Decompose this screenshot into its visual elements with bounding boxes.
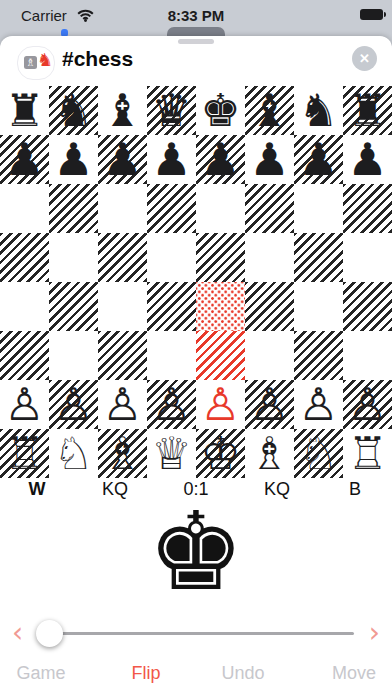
square-e5[interactable] [196, 233, 245, 282]
page-title: #chess [62, 47, 133, 71]
square-a7[interactable]: ♟ [0, 135, 49, 184]
game-button[interactable]: Game [16, 663, 65, 684]
white-piece-e2: ♙ [200, 378, 240, 431]
white-piece-h2: ♙ [347, 378, 387, 431]
square-d3[interactable] [147, 331, 196, 380]
square-e8[interactable]: ♚ [196, 86, 245, 135]
square-f8[interactable]: ♝ [245, 86, 294, 135]
black-piece-b7: ♟ [53, 133, 93, 186]
white-piece-a2: ♙ [4, 378, 44, 431]
square-d2[interactable]: ♙ [147, 380, 196, 429]
square-f7[interactable]: ♟ [245, 135, 294, 184]
square-h3[interactable] [343, 331, 392, 380]
slider-thumb[interactable] [36, 620, 63, 647]
white-piece-h1: ♖ [347, 427, 387, 480]
square-g7[interactable]: ♟ [294, 135, 343, 184]
square-g6[interactable] [294, 184, 343, 233]
white-piece-d1: ♕ [151, 427, 191, 480]
white-piece-f1: ♗ [249, 427, 289, 480]
move-history-slider: ‹ › [0, 619, 392, 647]
square-b2[interactable]: ♙ [49, 380, 98, 429]
black-piece-c7: ♟ [102, 133, 142, 186]
black-piece-h8: ♜ [347, 84, 387, 137]
black-piece-d8: ♛ [151, 84, 191, 137]
square-c6[interactable] [98, 184, 147, 233]
square-h5[interactable] [343, 233, 392, 282]
square-f5[interactable] [245, 233, 294, 282]
black-piece-d7: ♟ [151, 133, 191, 186]
status-bar: Carrier 8:33 PM [0, 0, 392, 30]
square-g4[interactable] [294, 282, 343, 331]
square-a1[interactable]: ♖ [0, 429, 49, 478]
square-b6[interactable] [49, 184, 98, 233]
square-c1[interactable]: ♗ [98, 429, 147, 478]
square-c5[interactable] [98, 233, 147, 282]
square-h4[interactable] [343, 282, 392, 331]
square-h7[interactable]: ♟ [343, 135, 392, 184]
square-e6[interactable] [196, 184, 245, 233]
black-piece-c8: ♝ [102, 84, 142, 137]
black-piece-b8: ♞ [53, 84, 93, 137]
app-icon: ♗ ♞ [17, 46, 55, 80]
square-g8[interactable]: ♞ [294, 86, 343, 135]
black-piece-f7: ♟ [249, 133, 289, 186]
black-piece-e7: ♟ [200, 133, 240, 186]
square-g2[interactable]: ♙ [294, 380, 343, 429]
white-piece-f2: ♙ [249, 378, 289, 431]
white-piece-g1: ♘ [298, 427, 338, 480]
square-b3[interactable] [49, 331, 98, 380]
black-piece-g8: ♞ [298, 84, 338, 137]
square-a8[interactable]: ♜ [0, 86, 49, 135]
square-c4[interactable] [98, 282, 147, 331]
square-g3[interactable] [294, 331, 343, 380]
square-b5[interactable] [49, 233, 98, 282]
slider-next-arrow-icon[interactable]: › [369, 616, 380, 649]
square-c3[interactable] [98, 331, 147, 380]
square-c7[interactable]: ♟ [98, 135, 147, 184]
black-piece-g7: ♟ [298, 133, 338, 186]
square-d6[interactable] [147, 184, 196, 233]
white-piece-c2: ♙ [102, 378, 142, 431]
square-g5[interactable] [294, 233, 343, 282]
chess-board: ♜♞♝♛♚♝♞♜♟♟♟♟♟♟♟♟♙♙♙♙♙♙♙♙♖♘♗♕♔♗♘♖ [0, 86, 392, 478]
app-icon-knight: ♞ [37, 49, 53, 70]
black-piece-e8: ♚ [200, 84, 240, 137]
white-piece-b1: ♘ [53, 427, 93, 480]
square-b7[interactable]: ♟ [49, 135, 98, 184]
square-g1[interactable]: ♘ [294, 429, 343, 478]
square-f3[interactable] [245, 331, 294, 380]
drag-handle[interactable] [178, 39, 214, 44]
square-c8[interactable]: ♝ [98, 86, 147, 135]
app-icon-bishop: ♗ [24, 56, 37, 69]
square-e3[interactable] [196, 331, 245, 380]
square-e1[interactable]: ♔ [196, 429, 245, 478]
square-h8[interactable]: ♜ [343, 86, 392, 135]
battery-icon [360, 9, 383, 20]
piece-preview-black-king[interactable]: ♚ [0, 494, 392, 614]
square-a2[interactable]: ♙ [0, 380, 49, 429]
square-a5[interactable] [0, 233, 49, 282]
square-a6[interactable] [0, 184, 49, 233]
square-d8[interactable]: ♛ [147, 86, 196, 135]
white-piece-b2: ♙ [53, 378, 93, 431]
slider-prev-arrow-icon[interactable]: ‹ [12, 616, 23, 649]
black-piece-f8: ♝ [249, 84, 289, 137]
square-d4[interactable] [147, 282, 196, 331]
white-piece-d2: ♙ [151, 378, 191, 431]
square-e4[interactable] [196, 282, 245, 331]
black-piece-a8: ♜ [4, 84, 44, 137]
white-piece-c1: ♗ [102, 427, 142, 480]
white-piece-g2: ♙ [298, 378, 338, 431]
move-button[interactable]: Move [332, 663, 376, 684]
flip-button[interactable]: Flip [131, 663, 160, 684]
square-d5[interactable] [147, 233, 196, 282]
chess-app-card: ♗ ♞ #chess ✕ ♜♞♝♛♚♝♞♜♟♟♟♟♟♟♟♟♙♙♙♙♙♙♙♙♖♘♗… [0, 36, 392, 696]
undo-button[interactable]: Undo [221, 663, 264, 684]
square-h2[interactable]: ♙ [343, 380, 392, 429]
square-e7[interactable]: ♟ [196, 135, 245, 184]
square-h1[interactable]: ♖ [343, 429, 392, 478]
square-b1[interactable]: ♘ [49, 429, 98, 478]
close-button[interactable]: ✕ [352, 46, 377, 71]
square-b4[interactable] [49, 282, 98, 331]
white-piece-a1: ♖ [4, 427, 44, 480]
square-f1[interactable]: ♗ [245, 429, 294, 478]
square-h6[interactable] [343, 184, 392, 233]
square-d7[interactable]: ♟ [147, 135, 196, 184]
square-f4[interactable] [245, 282, 294, 331]
white-piece-e1: ♔ [200, 427, 240, 480]
square-e2[interactable]: ♙ [196, 380, 245, 429]
clock: 8:33 PM [0, 7, 392, 24]
black-piece-a7: ♟ [4, 133, 44, 186]
black-piece-h7: ♟ [347, 133, 387, 186]
square-a3[interactable] [0, 331, 49, 380]
square-f6[interactable] [245, 184, 294, 233]
slider-track[interactable] [38, 632, 354, 635]
square-d1[interactable]: ♕ [147, 429, 196, 478]
square-f2[interactable]: ♙ [245, 380, 294, 429]
square-c2[interactable]: ♙ [98, 380, 147, 429]
square-a4[interactable] [0, 282, 49, 331]
square-b8[interactable]: ♞ [49, 86, 98, 135]
